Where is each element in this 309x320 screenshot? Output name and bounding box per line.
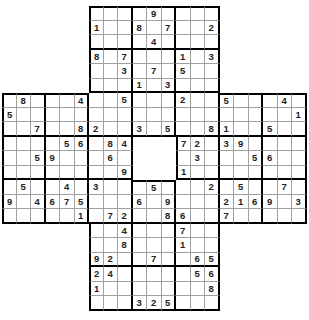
given-cell: 1 <box>89 282 104 297</box>
given-cell: 5 <box>118 93 133 108</box>
empty-cell[interactable] <box>133 6 148 21</box>
empty-cell[interactable] <box>205 6 220 21</box>
empty-cell[interactable] <box>191 282 206 297</box>
empty-cell[interactable] <box>133 35 148 50</box>
empty-cell[interactable] <box>118 253 133 268</box>
given-cell: 3 <box>118 64 133 79</box>
empty-cell[interactable] <box>205 296 220 311</box>
empty-cell[interactable] <box>2 166 17 181</box>
given-cell: 3 <box>191 151 206 166</box>
empty-cell[interactable] <box>292 166 307 181</box>
given-cell: 2 <box>205 180 220 195</box>
given-cell: 1 <box>176 50 191 65</box>
given-cell: 4 <box>118 224 133 239</box>
empty-cell[interactable] <box>147 79 162 94</box>
empty-cell[interactable] <box>89 151 104 166</box>
empty-cell[interactable] <box>89 209 104 224</box>
given-cell: 4 <box>104 267 119 282</box>
given-cell: 7 <box>60 195 75 210</box>
empty-cell[interactable] <box>31 209 46 224</box>
given-cell: 6 <box>205 267 220 282</box>
given-cell: 2 <box>147 296 162 311</box>
empty-cell[interactable] <box>176 267 191 282</box>
empty-cell[interactable] <box>176 35 191 50</box>
given-cell: 8 <box>205 122 220 137</box>
empty-cell[interactable] <box>75 180 90 195</box>
empty-cell[interactable] <box>104 195 119 210</box>
given-cell: 1 <box>234 195 249 210</box>
empty-cell[interactable] <box>220 108 235 123</box>
given-cell: 6 <box>133 195 148 210</box>
empty-cell[interactable] <box>191 122 206 137</box>
empty-cell[interactable] <box>104 122 119 137</box>
empty-cell[interactable] <box>205 224 220 239</box>
given-cell: 5 <box>31 151 46 166</box>
empty-cell[interactable] <box>234 151 249 166</box>
empty-cell[interactable] <box>220 166 235 181</box>
given-cell: 7 <box>176 137 191 152</box>
empty-cell[interactable] <box>104 50 119 65</box>
empty-cell[interactable] <box>176 151 191 166</box>
empty-cell[interactable] <box>176 282 191 297</box>
empty-cell[interactable] <box>278 209 293 224</box>
empty-cell[interactable] <box>147 195 162 210</box>
empty-cell[interactable] <box>176 79 191 94</box>
empty-cell[interactable] <box>147 238 162 253</box>
given-cell: 5 <box>147 180 162 195</box>
empty-cell[interactable] <box>162 50 177 65</box>
empty-cell[interactable] <box>205 93 220 108</box>
given-cell: 7 <box>147 64 162 79</box>
empty-cell[interactable] <box>60 93 75 108</box>
empty-cell[interactable] <box>191 64 206 79</box>
empty-cell[interactable] <box>292 122 307 137</box>
given-cell: 2 <box>89 267 104 282</box>
empty-cell[interactable] <box>104 224 119 239</box>
empty-cell[interactable] <box>2 151 17 166</box>
empty-cell[interactable] <box>191 296 206 311</box>
empty-cell[interactable] <box>176 6 191 21</box>
empty-cell[interactable] <box>104 108 119 123</box>
empty-cell[interactable] <box>2 209 17 224</box>
empty-cell[interactable] <box>278 151 293 166</box>
empty-cell[interactable] <box>17 108 32 123</box>
empty-cell[interactable] <box>104 64 119 79</box>
empty-cell[interactable] <box>133 224 148 239</box>
given-cell: 5 <box>2 108 17 123</box>
empty-cell[interactable] <box>17 166 32 181</box>
given-cell: 5 <box>162 122 177 137</box>
empty-cell[interactable] <box>292 137 307 152</box>
empty-cell[interactable] <box>162 108 177 123</box>
empty-cell[interactable] <box>104 166 119 181</box>
empty-cell[interactable] <box>205 79 220 94</box>
empty-cell[interactable] <box>104 35 119 50</box>
empty-cell[interactable] <box>205 35 220 50</box>
empty-cell[interactable] <box>205 209 220 224</box>
empty-cell[interactable] <box>249 137 264 152</box>
given-cell: 9 <box>2 195 17 210</box>
empty-cell[interactable] <box>147 50 162 65</box>
given-cell: 1 <box>133 79 148 94</box>
empty-cell[interactable] <box>191 166 206 181</box>
given-cell: 3 <box>133 122 148 137</box>
empty-cell[interactable] <box>133 238 148 253</box>
empty-cell[interactable] <box>147 282 162 297</box>
given-cell: 2 <box>205 21 220 36</box>
empty-cell[interactable] <box>17 209 32 224</box>
empty-cell[interactable] <box>249 209 264 224</box>
empty-cell[interactable] <box>31 108 46 123</box>
given-cell: 5 <box>191 267 206 282</box>
empty-cell[interactable] <box>46 137 61 152</box>
empty-cell[interactable] <box>104 6 119 21</box>
empty-cell[interactable] <box>89 166 104 181</box>
given-cell: 4 <box>60 180 75 195</box>
given-cell: 7 <box>278 180 293 195</box>
empty-cell[interactable] <box>249 122 264 137</box>
empty-cell[interactable] <box>147 209 162 224</box>
given-cell: 8 <box>75 122 90 137</box>
empty-cell[interactable] <box>31 137 46 152</box>
empty-cell[interactable] <box>147 122 162 137</box>
empty-cell[interactable] <box>220 151 235 166</box>
puzzle-page: 9187248713375138452545178235815568472395… <box>0 0 309 320</box>
empty-cell[interactable] <box>118 79 133 94</box>
empty-cell[interactable] <box>104 238 119 253</box>
empty-cell[interactable] <box>292 180 307 195</box>
given-cell: 6 <box>46 195 61 210</box>
empty-cell[interactable] <box>46 209 61 224</box>
given-cell: 9 <box>162 195 177 210</box>
empty-cell[interactable] <box>118 180 133 195</box>
empty-cell[interactable] <box>162 64 177 79</box>
empty-cell[interactable] <box>60 151 75 166</box>
empty-cell[interactable] <box>292 93 307 108</box>
given-cell: 2 <box>220 195 235 210</box>
empty-cell[interactable] <box>191 224 206 239</box>
given-cell: 9 <box>118 166 133 181</box>
empty-cell[interactable] <box>2 93 17 108</box>
given-cell: 5 <box>17 180 32 195</box>
given-cell: 3 <box>133 296 148 311</box>
given-cell: 5 <box>162 296 177 311</box>
given-cell: 1 <box>292 108 307 123</box>
empty-cell[interactable] <box>104 79 119 94</box>
empty-cell[interactable] <box>263 209 278 224</box>
given-cell: 2 <box>191 137 206 152</box>
empty-cell[interactable] <box>133 50 148 65</box>
empty-cell[interactable] <box>191 93 206 108</box>
empty-cell[interactable] <box>147 224 162 239</box>
given-cell: 5 <box>234 180 249 195</box>
given-cell: 6 <box>249 195 264 210</box>
empty-cell[interactable] <box>133 267 148 282</box>
given-cell: 6 <box>191 253 206 268</box>
given-cell: 9 <box>147 6 162 21</box>
empty-cell[interactable] <box>292 209 307 224</box>
given-cell: 7 <box>104 209 119 224</box>
empty-cell[interactable] <box>162 35 177 50</box>
empty-cell[interactable] <box>118 267 133 282</box>
empty-cell[interactable] <box>104 282 119 297</box>
empty-cell[interactable] <box>89 79 104 94</box>
empty-cell[interactable] <box>205 137 220 152</box>
empty-cell[interactable] <box>263 137 278 152</box>
empty-cell[interactable] <box>75 108 90 123</box>
empty-cell[interactable] <box>249 180 264 195</box>
empty-cell[interactable] <box>118 21 133 36</box>
empty-cell[interactable] <box>278 166 293 181</box>
given-cell: 4 <box>147 35 162 50</box>
empty-cell[interactable] <box>2 180 17 195</box>
empty-cell[interactable] <box>118 195 133 210</box>
empty-cell[interactable] <box>176 108 191 123</box>
empty-cell[interactable] <box>89 238 104 253</box>
empty-cell[interactable] <box>191 195 206 210</box>
empty-cell[interactable] <box>133 93 148 108</box>
empty-cell[interactable] <box>249 93 264 108</box>
given-cell: 2 <box>118 209 133 224</box>
empty-cell[interactable] <box>46 166 61 181</box>
given-cell: 2 <box>89 122 104 137</box>
empty-cell[interactable] <box>118 122 133 137</box>
empty-cell[interactable] <box>2 122 17 137</box>
empty-cell[interactable] <box>176 122 191 137</box>
given-cell: 5 <box>75 195 90 210</box>
empty-cell[interactable] <box>147 108 162 123</box>
empty-cell[interactable] <box>104 93 119 108</box>
empty-cell[interactable] <box>133 108 148 123</box>
empty-cell[interactable] <box>176 253 191 268</box>
given-cell: 6 <box>104 151 119 166</box>
empty-cell[interactable] <box>147 93 162 108</box>
empty-cell[interactable] <box>118 35 133 50</box>
empty-cell[interactable] <box>249 108 264 123</box>
empty-cell[interactable] <box>118 6 133 21</box>
empty-cell[interactable] <box>89 137 104 152</box>
given-cell: 1 <box>89 21 104 36</box>
given-cell: 7 <box>176 224 191 239</box>
empty-cell[interactable] <box>17 195 32 210</box>
empty-cell[interactable] <box>278 195 293 210</box>
empty-cell[interactable] <box>60 209 75 224</box>
given-cell: 1 <box>75 209 90 224</box>
empty-cell[interactable] <box>263 108 278 123</box>
empty-cell[interactable] <box>176 21 191 36</box>
empty-cell[interactable] <box>162 180 177 195</box>
empty-cell[interactable] <box>162 282 177 297</box>
empty-cell[interactable] <box>104 296 119 311</box>
given-cell: 8 <box>17 93 32 108</box>
empty-cell[interactable] <box>191 50 206 65</box>
empty-cell[interactable] <box>234 166 249 181</box>
empty-cell[interactable] <box>133 180 148 195</box>
given-cell: 4 <box>75 93 90 108</box>
empty-cell[interactable] <box>133 64 148 79</box>
empty-cell[interactable] <box>205 108 220 123</box>
empty-cell[interactable] <box>249 166 264 181</box>
given-cell: 8 <box>118 238 133 253</box>
given-cell: 5 <box>205 253 220 268</box>
sudoku-board: 9187248713375138452545178235815568472395… <box>2 6 307 311</box>
empty-cell[interactable] <box>60 166 75 181</box>
empty-cell[interactable] <box>147 267 162 282</box>
given-cell: 3 <box>205 50 220 65</box>
empty-cell[interactable] <box>147 21 162 36</box>
given-cell: 9 <box>234 137 249 152</box>
empty-cell[interactable] <box>46 122 61 137</box>
given-cell: 7 <box>31 122 46 137</box>
given-cell: 3 <box>292 195 307 210</box>
given-cell: 5 <box>60 137 75 152</box>
empty-cell[interactable] <box>75 151 90 166</box>
empty-cell[interactable] <box>162 224 177 239</box>
empty-cell[interactable] <box>60 108 75 123</box>
given-cell: 7 <box>118 50 133 65</box>
given-cell: 9 <box>46 151 61 166</box>
given-cell: 7 <box>147 253 162 268</box>
empty-cell[interactable] <box>46 180 61 195</box>
empty-cell[interactable] <box>104 21 119 36</box>
empty-cell[interactable] <box>191 35 206 50</box>
empty-cell[interactable] <box>162 253 177 268</box>
empty-cell[interactable] <box>118 296 133 311</box>
given-cell: 8 <box>162 209 177 224</box>
empty-cell[interactable] <box>162 93 177 108</box>
empty-cell[interactable] <box>278 137 293 152</box>
empty-cell[interactable] <box>17 122 32 137</box>
empty-cell[interactable] <box>205 195 220 210</box>
given-cell: 7 <box>220 209 235 224</box>
empty-cell[interactable] <box>118 108 133 123</box>
empty-cell[interactable] <box>234 93 249 108</box>
empty-cell[interactable] <box>191 238 206 253</box>
empty-cell[interactable] <box>205 64 220 79</box>
given-cell: 7 <box>162 21 177 36</box>
empty-cell[interactable] <box>118 282 133 297</box>
empty-cell[interactable] <box>2 137 17 152</box>
empty-cell[interactable] <box>118 151 133 166</box>
given-cell: 8 <box>89 50 104 65</box>
empty-cell[interactable] <box>205 166 220 181</box>
given-cell: 3 <box>220 137 235 152</box>
given-cell: 5 <box>176 64 191 79</box>
empty-cell[interactable] <box>89 35 104 50</box>
given-cell: 5 <box>249 151 264 166</box>
empty-cell[interactable] <box>176 195 191 210</box>
empty-cell[interactable] <box>176 180 191 195</box>
given-cell: 4 <box>118 137 133 152</box>
given-cell: 2 <box>176 93 191 108</box>
empty-cell[interactable] <box>89 296 104 311</box>
given-cell: 6 <box>263 151 278 166</box>
empty-cell[interactable] <box>46 93 61 108</box>
empty-cell[interactable] <box>46 108 61 123</box>
given-cell: 9 <box>263 195 278 210</box>
empty-cell[interactable] <box>31 93 46 108</box>
empty-cell[interactable] <box>162 238 177 253</box>
empty-cell[interactable] <box>89 108 104 123</box>
empty-cell[interactable] <box>234 209 249 224</box>
given-cell: 8 <box>205 282 220 297</box>
empty-cell[interactable] <box>191 79 206 94</box>
given-cell: 1 <box>176 166 191 181</box>
empty-cell[interactable] <box>176 296 191 311</box>
empty-cell[interactable] <box>191 21 206 36</box>
empty-cell[interactable] <box>191 6 206 21</box>
empty-cell[interactable] <box>263 180 278 195</box>
given-cell: 9 <box>89 253 104 268</box>
empty-cell[interactable] <box>89 195 104 210</box>
empty-cell[interactable] <box>17 151 32 166</box>
given-cell: 5 <box>263 122 278 137</box>
given-cell: 3 <box>162 79 177 94</box>
given-cell: 6 <box>176 209 191 224</box>
empty-cell[interactable] <box>133 253 148 268</box>
given-cell: 1 <box>220 122 235 137</box>
given-cell: 3 <box>89 180 104 195</box>
given-cell: 8 <box>104 137 119 152</box>
empty-cell[interactable] <box>205 151 220 166</box>
given-cell: 1 <box>176 238 191 253</box>
empty-cell[interactable] <box>278 122 293 137</box>
empty-cell[interactable] <box>31 180 46 195</box>
empty-cell[interactable] <box>162 6 177 21</box>
given-cell: 8 <box>133 21 148 36</box>
empty-cell[interactable] <box>31 166 46 181</box>
given-cell: 4 <box>278 93 293 108</box>
empty-cell[interactable] <box>89 6 104 21</box>
empty-cell[interactable] <box>89 93 104 108</box>
empty-cell[interactable] <box>89 64 104 79</box>
empty-cell[interactable] <box>263 166 278 181</box>
empty-cell[interactable] <box>292 151 307 166</box>
empty-cell[interactable] <box>75 166 90 181</box>
empty-cell[interactable] <box>234 122 249 137</box>
empty-cell[interactable] <box>17 137 32 152</box>
empty-cell[interactable] <box>263 93 278 108</box>
empty-cell[interactable] <box>133 209 148 224</box>
empty-cell[interactable] <box>60 122 75 137</box>
empty-cell[interactable] <box>89 224 104 239</box>
empty-cell[interactable] <box>191 209 206 224</box>
empty-cell[interactable] <box>205 238 220 253</box>
given-cell: 5 <box>220 93 235 108</box>
given-cell: 6 <box>75 137 90 152</box>
given-cell: 2 <box>104 253 119 268</box>
empty-cell[interactable] <box>162 267 177 282</box>
empty-cell[interactable] <box>220 180 235 195</box>
empty-cell[interactable] <box>191 108 206 123</box>
empty-cell[interactable] <box>104 180 119 195</box>
empty-cell[interactable] <box>234 108 249 123</box>
given-cell: 4 <box>31 195 46 210</box>
empty-cell[interactable] <box>133 282 148 297</box>
empty-cell[interactable] <box>191 180 206 195</box>
empty-cell[interactable] <box>278 108 293 123</box>
